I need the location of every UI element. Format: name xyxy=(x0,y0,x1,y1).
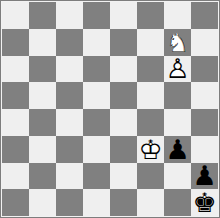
square-e7[interactable] xyxy=(110,29,137,56)
square-f3[interactable]: ♚♔ xyxy=(137,136,164,163)
square-c2[interactable] xyxy=(56,163,83,190)
white-knight-outline: ♘ xyxy=(164,29,191,56)
square-h4[interactable] xyxy=(191,109,218,136)
square-c1[interactable] xyxy=(56,189,83,216)
black-pawn[interactable]: ♟ xyxy=(191,163,218,190)
square-d7[interactable] xyxy=(83,29,110,56)
square-f6[interactable] xyxy=(137,56,164,83)
square-f2[interactable] xyxy=(137,163,164,190)
square-c8[interactable] xyxy=(56,2,83,29)
square-d3[interactable] xyxy=(83,136,110,163)
black-king[interactable]: ♚ xyxy=(191,189,218,216)
square-d1[interactable] xyxy=(83,189,110,216)
square-b2[interactable] xyxy=(29,163,56,190)
square-e8[interactable] xyxy=(110,2,137,29)
square-b4[interactable] xyxy=(29,109,56,136)
black-king-glyph: ♚ xyxy=(191,189,218,216)
square-h8[interactable] xyxy=(191,2,218,29)
square-g5[interactable] xyxy=(164,82,191,109)
square-a8[interactable] xyxy=(2,2,29,29)
square-f8[interactable] xyxy=(137,2,164,29)
square-b5[interactable] xyxy=(29,82,56,109)
black-pawn-glyph: ♟ xyxy=(164,136,191,163)
square-c5[interactable] xyxy=(56,82,83,109)
square-g2[interactable] xyxy=(164,163,191,190)
square-g4[interactable] xyxy=(164,109,191,136)
square-a6[interactable] xyxy=(2,56,29,83)
square-b6[interactable] xyxy=(29,56,56,83)
square-h6[interactable] xyxy=(191,56,218,83)
square-h7[interactable] xyxy=(191,29,218,56)
black-pawn[interactable]: ♟ xyxy=(164,136,191,163)
square-g8[interactable] xyxy=(164,2,191,29)
square-g1[interactable] xyxy=(164,189,191,216)
square-a3[interactable] xyxy=(2,136,29,163)
square-d6[interactable] xyxy=(83,56,110,83)
square-d8[interactable] xyxy=(83,2,110,29)
square-c7[interactable] xyxy=(56,29,83,56)
square-h2[interactable]: ♟ xyxy=(191,163,218,190)
square-a1[interactable] xyxy=(2,189,29,216)
square-d4[interactable] xyxy=(83,109,110,136)
square-c6[interactable] xyxy=(56,56,83,83)
chess-board-frame-inner: ♞♘♟♙♚♔♟♟♚ xyxy=(1,1,219,217)
square-c3[interactable] xyxy=(56,136,83,163)
square-h5[interactable] xyxy=(191,82,218,109)
square-e4[interactable] xyxy=(110,109,137,136)
square-h1[interactable]: ♚ xyxy=(191,189,218,216)
square-f5[interactable] xyxy=(137,82,164,109)
square-f7[interactable] xyxy=(137,29,164,56)
square-a2[interactable] xyxy=(2,163,29,190)
white-pawn[interactable]: ♟♙ xyxy=(164,56,191,83)
square-b1[interactable] xyxy=(29,189,56,216)
square-e6[interactable] xyxy=(110,56,137,83)
white-pawn-outline: ♙ xyxy=(164,56,191,83)
square-g3[interactable]: ♟ xyxy=(164,136,191,163)
square-a7[interactable] xyxy=(2,29,29,56)
chess-board-frame: ♞♘♟♙♚♔♟♟♚ xyxy=(0,0,220,218)
square-a4[interactable] xyxy=(2,109,29,136)
square-h3[interactable] xyxy=(191,136,218,163)
square-e3[interactable] xyxy=(110,136,137,163)
square-g6[interactable]: ♟♙ xyxy=(164,56,191,83)
white-knight[interactable]: ♞♘ xyxy=(164,29,191,56)
square-b7[interactable] xyxy=(29,29,56,56)
square-b8[interactable] xyxy=(29,2,56,29)
square-g7[interactable]: ♞♘ xyxy=(164,29,191,56)
square-e5[interactable] xyxy=(110,82,137,109)
square-d2[interactable] xyxy=(83,163,110,190)
square-a5[interactable] xyxy=(2,82,29,109)
square-e2[interactable] xyxy=(110,163,137,190)
square-f4[interactable] xyxy=(137,109,164,136)
chess-board: ♞♘♟♙♚♔♟♟♚ xyxy=(2,2,218,216)
square-e1[interactable] xyxy=(110,189,137,216)
square-c4[interactable] xyxy=(56,109,83,136)
square-f1[interactable] xyxy=(137,189,164,216)
white-king[interactable]: ♚♔ xyxy=(137,136,164,163)
square-b3[interactable] xyxy=(29,136,56,163)
black-pawn-glyph: ♟ xyxy=(191,163,218,190)
square-d5[interactable] xyxy=(83,82,110,109)
white-king-outline: ♔ xyxy=(137,136,164,163)
